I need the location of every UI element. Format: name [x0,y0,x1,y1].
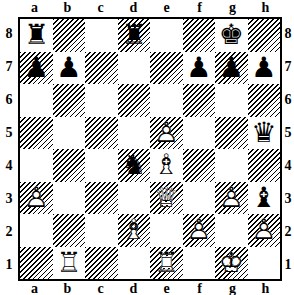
square-c3[interactable] [85,182,118,215]
white-queen[interactable]: ♛♕ [152,184,180,212]
piece-glyph: ♙ [24,184,49,212]
square-h8[interactable] [248,19,281,52]
square-e6[interactable] [150,84,183,117]
piece-glyph: ♛ [251,119,276,147]
white-bishop[interactable]: ♝♗ [152,151,180,179]
white-king[interactable]: ♚♔ [217,249,245,277]
rank-label-right-6: 6 [282,83,294,116]
rank-label-right-1: 1 [282,248,294,281]
rank-labels-right: 87654321 [282,17,294,281]
square-h4[interactable] [248,149,281,182]
rank-label-left-6: 6 [0,83,18,116]
rank-label-right-4: 4 [282,149,294,182]
rank-label-right-5: 5 [282,116,294,149]
file-label-top-d: d [117,0,150,16]
square-f4[interactable] [183,149,216,182]
square-e1[interactable]: ♜♖ [150,247,183,280]
square-g8[interactable]: ♚ [215,19,248,52]
square-a8[interactable]: ♜ [20,19,53,52]
square-g4[interactable] [215,149,248,182]
white-pawn[interactable]: ♟♙ [185,216,213,244]
square-a6[interactable] [20,84,53,117]
square-g2[interactable] [215,214,248,247]
piece-glyph: ♜ [121,21,146,49]
piece-glyph: ♗ [154,151,179,179]
square-g6[interactable] [215,84,248,117]
piece-glyph: ♟ [219,54,244,82]
white-rook[interactable]: ♜♖ [55,249,83,277]
square-f3[interactable] [183,182,216,215]
file-label-top-e: e [150,0,183,16]
square-d2[interactable]: ♝♗ [118,214,151,247]
square-a1[interactable] [20,247,53,280]
file-label-top-h: h [249,0,282,16]
piece-glyph: ♞ [121,151,146,179]
chess-diagram: abcdefgh abcdefgh 87654321 87654321 ♜♜♚♟… [0,0,294,295]
file-label-bottom-e: e [150,282,183,295]
piece-glyph: ♖ [56,249,81,277]
file-label-bottom-f: f [183,282,216,295]
black-pawn[interactable]: ♟ [217,54,245,82]
piece-glyph: ♜ [24,21,49,49]
square-b6[interactable] [53,84,86,117]
square-e8[interactable] [150,19,183,52]
rank-label-right-2: 2 [282,215,294,248]
square-c8[interactable] [85,19,118,52]
square-b1[interactable]: ♜♖ [53,247,86,280]
white-pawn[interactable]: ♟♙ [217,184,245,212]
square-g1[interactable]: ♚♔ [215,247,248,280]
square-e5[interactable]: ♟♙ [150,117,183,150]
square-d3[interactable] [118,182,151,215]
square-h5[interactable]: ♛ [248,117,281,150]
chess-board: ♜♜♚♟♟♟♟♟♟♙♛♞♝♗♟♙♛♕♟♙♝♝♗♟♙♟♙♜♖♜♖♚♔ [18,17,282,281]
piece-glyph: ♗ [121,216,146,244]
piece-glyph: ♙ [154,119,179,147]
square-d4[interactable]: ♞ [118,149,151,182]
file-label-bottom-d: d [117,282,150,295]
file-label-top-g: g [216,0,249,16]
piece-glyph: ♟ [251,54,276,82]
piece-glyph: ♖ [154,249,179,277]
black-rook[interactable]: ♜ [120,21,148,49]
black-queen[interactable]: ♛ [250,119,278,147]
file-label-top-c: c [84,0,117,16]
white-pawn[interactable]: ♟♙ [22,184,50,212]
rank-label-right-3: 3 [282,182,294,215]
square-b5[interactable] [53,117,86,150]
rank-label-left-3: 3 [0,182,18,215]
square-c6[interactable] [85,84,118,117]
square-g3[interactable]: ♟♙ [215,182,248,215]
file-label-top-a: a [18,0,51,16]
file-label-bottom-c: c [84,282,117,295]
square-a5[interactable] [20,117,53,150]
square-b7[interactable]: ♟ [53,52,86,85]
rank-label-right-8: 8 [282,17,294,50]
piece-glyph: ♟ [56,54,81,82]
square-e3[interactable]: ♛♕ [150,182,183,215]
rank-label-left-2: 2 [0,215,18,248]
square-g5[interactable] [215,117,248,150]
square-b8[interactable] [53,19,86,52]
square-d5[interactable] [118,117,151,150]
piece-glyph: ♟ [24,54,49,82]
rank-labels-left: 87654321 [0,17,18,281]
square-d1[interactable] [118,247,151,280]
black-pawn[interactable]: ♟ [22,54,50,82]
square-d7[interactable] [118,52,151,85]
piece-glyph: ♚ [219,21,244,49]
black-pawn[interactable]: ♟ [55,54,83,82]
square-f1[interactable] [183,247,216,280]
black-bishop[interactable]: ♝ [250,184,278,212]
piece-glyph: ♙ [251,216,276,244]
black-knight[interactable]: ♞ [120,151,148,179]
square-b4[interactable] [53,149,86,182]
square-a3[interactable]: ♟♙ [20,182,53,215]
square-h6[interactable] [248,84,281,117]
file-labels-top: abcdefgh [18,0,282,16]
square-c2[interactable] [85,214,118,247]
square-f5[interactable] [183,117,216,150]
piece-glyph: ♙ [219,184,244,212]
rank-label-left-7: 7 [0,50,18,83]
square-b2[interactable] [53,214,86,247]
square-f8[interactable] [183,19,216,52]
piece-glyph: ♙ [186,216,211,244]
file-label-bottom-a: a [18,282,51,295]
file-label-top-b: b [51,0,84,16]
square-h2[interactable]: ♟♙ [248,214,281,247]
rank-label-left-4: 4 [0,149,18,182]
square-h3[interactable]: ♝ [248,182,281,215]
white-pawn[interactable]: ♟♙ [250,216,278,244]
piece-glyph: ♕ [154,184,179,212]
rank-label-left-8: 8 [0,17,18,50]
square-d6[interactable] [118,84,151,117]
square-e7[interactable] [150,52,183,85]
square-c7[interactable] [85,52,118,85]
square-c1[interactable] [85,247,118,280]
square-a7[interactable]: ♟ [20,52,53,85]
file-label-top-f: f [183,0,216,16]
piece-glyph: ♔ [219,249,244,277]
file-label-bottom-g: g [216,282,249,295]
square-f6[interactable] [183,84,216,117]
black-king[interactable]: ♚ [217,21,245,49]
rank-label-left-1: 1 [0,248,18,281]
black-rook[interactable]: ♜ [22,21,50,49]
square-h7[interactable]: ♟ [248,52,281,85]
square-e2[interactable] [150,214,183,247]
file-label-bottom-b: b [51,282,84,295]
square-c5[interactable] [85,117,118,150]
rank-label-left-5: 5 [0,116,18,149]
file-label-bottom-h: h [249,282,282,295]
rank-label-right-7: 7 [282,50,294,83]
square-h1[interactable] [248,247,281,280]
square-a2[interactable] [20,214,53,247]
square-f2[interactable]: ♟♙ [183,214,216,247]
piece-glyph: ♝ [251,184,276,212]
square-e4[interactable]: ♝♗ [150,149,183,182]
square-a4[interactable] [20,149,53,182]
square-c4[interactable] [85,149,118,182]
square-d8[interactable]: ♜ [118,19,151,52]
white-rook[interactable]: ♜♖ [152,249,180,277]
piece-glyph: ♟ [186,54,211,82]
black-pawn[interactable]: ♟ [185,54,213,82]
file-labels-bottom: abcdefgh [18,282,282,295]
square-f7[interactable]: ♟ [183,52,216,85]
white-bishop[interactable]: ♝♗ [120,216,148,244]
square-g7[interactable]: ♟ [215,52,248,85]
black-pawn[interactable]: ♟ [250,54,278,82]
white-pawn[interactable]: ♟♙ [152,119,180,147]
square-b3[interactable] [53,182,86,215]
